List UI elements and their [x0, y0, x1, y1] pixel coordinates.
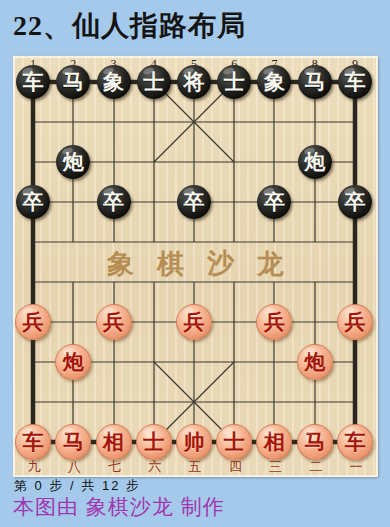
board-point-8-5: [214, 382, 254, 422]
black-cannon-piece[interactable]: 炮: [56, 145, 90, 179]
black-soldier-piece[interactable]: 卒: [177, 185, 211, 219]
board-point-1-6: [254, 102, 294, 142]
red-chariot-piece[interactable]: 车: [337, 424, 373, 460]
board-point-6-1: [53, 302, 93, 342]
board-point-5-4: [174, 262, 214, 302]
board-point-9-6[interactable]: 相: [254, 422, 294, 462]
board-point-4-8: [335, 222, 375, 262]
board-point-2-5: [214, 142, 254, 182]
black-chariot-piece[interactable]: 车: [16, 65, 50, 99]
board-point-1-4: [174, 102, 214, 142]
board-point-0-7[interactable]: 马: [295, 62, 335, 102]
board-point-8-2: [93, 382, 133, 422]
red-soldier-piece[interactable]: 兵: [256, 304, 292, 340]
board-point-0-4[interactable]: 将: [174, 62, 214, 102]
board-point-4-5: [214, 222, 254, 262]
board-point-6-8[interactable]: 兵: [335, 302, 375, 342]
board-point-6-3: [134, 302, 174, 342]
red-chariot-piece[interactable]: 车: [15, 424, 51, 460]
board-point-8-4: [174, 382, 214, 422]
black-advisor-piece[interactable]: 士: [137, 65, 171, 99]
red-elephant-piece[interactable]: 相: [256, 424, 292, 460]
board-point-9-5[interactable]: 士: [214, 422, 254, 462]
board-point-2-2: [93, 142, 133, 182]
board-point-1-1: [53, 102, 93, 142]
black-horse-piece[interactable]: 马: [56, 65, 90, 99]
board-point-8-7: [295, 382, 335, 422]
board-point-8-0: [13, 382, 53, 422]
board-grid: 车马象士将士象马车炮炮卒卒卒卒卒兵兵兵兵兵炮炮车马相士帅士相马车: [13, 62, 375, 462]
red-cannon-piece[interactable]: 炮: [297, 344, 333, 380]
board-point-9-1[interactable]: 马: [53, 422, 93, 462]
board-point-5-8: [335, 262, 375, 302]
black-general-piece[interactable]: 将: [177, 65, 211, 99]
board-point-9-3[interactable]: 士: [134, 422, 174, 462]
board-point-0-5[interactable]: 士: [214, 62, 254, 102]
black-soldier-piece[interactable]: 卒: [16, 185, 50, 219]
board-point-6-4[interactable]: 兵: [174, 302, 214, 342]
black-horse-piece[interactable]: 马: [298, 65, 332, 99]
board-point-4-2: [93, 222, 133, 262]
red-advisor-piece[interactable]: 士: [216, 424, 252, 460]
board-point-2-3: [134, 142, 174, 182]
red-soldier-piece[interactable]: 兵: [337, 304, 373, 340]
board-point-1-3: [134, 102, 174, 142]
board-point-3-4[interactable]: 卒: [174, 182, 214, 222]
board-point-7-5: [214, 342, 254, 382]
red-horse-piece[interactable]: 马: [297, 424, 333, 460]
board-point-7-2: [93, 342, 133, 382]
page-title: 22、仙人指路布局: [13, 7, 383, 45]
board-point-2-1[interactable]: 炮: [53, 142, 93, 182]
black-elephant-piece[interactable]: 象: [257, 65, 291, 99]
board-point-3-2[interactable]: 卒: [93, 182, 133, 222]
board-point-7-0: [13, 342, 53, 382]
board-point-3-8[interactable]: 卒: [335, 182, 375, 222]
board-point-1-5: [214, 102, 254, 142]
black-soldier-piece[interactable]: 卒: [338, 185, 372, 219]
board-point-7-8: [335, 342, 375, 382]
board-point-7-6: [254, 342, 294, 382]
board-point-7-3: [134, 342, 174, 382]
board-point-4-3: [134, 222, 174, 262]
board-point-5-1: [53, 262, 93, 302]
board-point-7-7[interactable]: 炮: [295, 342, 335, 382]
board-point-1-2: [93, 102, 133, 142]
board-point-5-6: [254, 262, 294, 302]
board-point-0-8[interactable]: 车: [335, 62, 375, 102]
red-soldier-piece[interactable]: 兵: [15, 304, 51, 340]
board-point-0-0[interactable]: 车: [13, 62, 53, 102]
red-soldier-piece[interactable]: 兵: [96, 304, 132, 340]
board-point-5-0: [13, 262, 53, 302]
board-point-5-2: [93, 262, 133, 302]
board-point-0-3[interactable]: 士: [134, 62, 174, 102]
black-advisor-piece[interactable]: 士: [217, 65, 251, 99]
board-point-9-4[interactable]: 帅: [174, 422, 214, 462]
black-chariot-piece[interactable]: 车: [338, 65, 372, 99]
board-point-2-7[interactable]: 炮: [295, 142, 335, 182]
board-point-4-4: [174, 222, 214, 262]
board-point-4-1: [53, 222, 93, 262]
board-point-6-7: [295, 302, 335, 342]
board-point-7-4: [174, 342, 214, 382]
board-point-5-3: [134, 262, 174, 302]
board-point-9-0[interactable]: 车: [13, 422, 53, 462]
red-soldier-piece[interactable]: 兵: [176, 304, 212, 340]
black-soldier-piece[interactable]: 卒: [257, 185, 291, 219]
board-point-3-7: [295, 182, 335, 222]
board-point-3-0[interactable]: 卒: [13, 182, 53, 222]
red-cannon-piece[interactable]: 炮: [55, 344, 91, 380]
board-point-6-6[interactable]: 兵: [254, 302, 294, 342]
board-point-6-0[interactable]: 兵: [13, 302, 53, 342]
board-point-8-3: [134, 382, 174, 422]
board-point-8-1: [53, 382, 93, 422]
board-point-9-8[interactable]: 车: [335, 422, 375, 462]
board-point-0-6[interactable]: 象: [254, 62, 294, 102]
board-point-3-3: [134, 182, 174, 222]
red-advisor-piece[interactable]: 士: [136, 424, 172, 460]
board-point-2-8: [335, 142, 375, 182]
board-point-0-1[interactable]: 马: [53, 62, 93, 102]
board-point-9-2[interactable]: 相: [93, 422, 133, 462]
board-point-3-5: [214, 182, 254, 222]
credit-line: 本图由 象棋沙龙 制作: [13, 493, 225, 521]
board-point-5-5: [214, 262, 254, 302]
board-point-4-6: [254, 222, 294, 262]
board-point-4-0: [13, 222, 53, 262]
red-elephant-piece[interactable]: 相: [96, 424, 132, 460]
red-general-piece[interactable]: 帅: [176, 424, 212, 460]
board-point-5-7: [295, 262, 335, 302]
board-point-7-1[interactable]: 炮: [53, 342, 93, 382]
board-point-1-7: [295, 102, 335, 142]
black-soldier-piece[interactable]: 卒: [97, 185, 131, 219]
board-point-9-7[interactable]: 马: [295, 422, 335, 462]
board-point-6-5: [214, 302, 254, 342]
board-point-4-7: [295, 222, 335, 262]
board-point-6-2[interactable]: 兵: [93, 302, 133, 342]
board-point-0-2[interactable]: 象: [93, 62, 133, 102]
board-point-8-8: [335, 382, 375, 422]
board-point-3-6[interactable]: 卒: [254, 182, 294, 222]
board-point-1-0: [13, 102, 53, 142]
black-elephant-piece[interactable]: 象: [97, 65, 131, 99]
board-point-2-4: [174, 142, 214, 182]
board-point-3-1: [53, 182, 93, 222]
board-point-1-8: [335, 102, 375, 142]
board-point-2-0: [13, 142, 53, 182]
board-point-2-6: [254, 142, 294, 182]
red-horse-piece[interactable]: 马: [55, 424, 91, 460]
xiangqi-board: 123456789 九八七六五四三二一 象棋沙龙 车马象士将士象马车炮炮卒卒卒卒…: [13, 56, 378, 477]
black-cannon-piece[interactable]: 炮: [298, 145, 332, 179]
board-point-8-6: [254, 382, 294, 422]
